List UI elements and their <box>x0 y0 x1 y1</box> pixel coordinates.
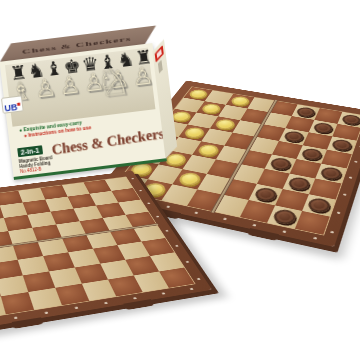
screw-dot <box>133 297 137 300</box>
screw-dot <box>223 218 227 221</box>
box-side-barcode-mark <box>158 60 163 74</box>
screw-dot <box>104 302 108 305</box>
screw-dot <box>349 177 353 179</box>
chess-piece-glyph: ♛ <box>59 267 89 301</box>
chess-piece-glyph: ♟ <box>25 183 50 211</box>
two-in-one-badge: 2-in-1 <box>17 145 43 157</box>
chess-piece-glyph: ♟ <box>115 172 140 200</box>
chess-piece-glyph: ♚ <box>86 263 116 296</box>
box-badge-column: 2-in-1 Magnetic Board Handy Folding No.4… <box>14 137 54 175</box>
screw-dot <box>161 292 165 295</box>
knight-icon: ♘ <box>93 58 132 106</box>
chess-piece-glyph: ♜ <box>164 251 193 284</box>
screw-dot <box>14 316 18 319</box>
screw-dot <box>252 224 256 227</box>
ub-brand-logo: UB■ <box>1 95 24 113</box>
chess-piece-glyph: ♞ <box>138 255 167 288</box>
chess-piece-glyph: ♟ <box>48 180 73 208</box>
screw-dot <box>189 288 193 291</box>
product-box: Chess & Checkers ♜♞♝♚♛♝♞♜ ♗♙♙♙♙♙ ♘ UB■ ●… <box>0 43 166 177</box>
red-square-logo <box>155 45 164 63</box>
screw-dot <box>197 278 201 280</box>
screw-dot <box>156 216 160 218</box>
board-foot <box>12 317 44 329</box>
screw-dot <box>313 237 317 240</box>
screw-dot <box>343 193 347 196</box>
screw-dot <box>354 161 358 163</box>
chess-piece-glyph: ♟ <box>71 178 96 206</box>
screw-dot <box>147 202 151 204</box>
chess-piece-glyph: ♝ <box>31 271 61 305</box>
product-photo-canvas: { "game": "chess and checkers (2-in-1 ma… <box>0 0 360 360</box>
chess-piece-glyph: ♞ <box>3 275 34 309</box>
screw-dot <box>44 311 48 314</box>
chess-piece-glyph: ♟ <box>93 175 118 203</box>
screw-dot <box>337 211 341 214</box>
screw-dot <box>330 231 334 234</box>
board-foot <box>123 299 154 310</box>
screw-dot <box>74 307 78 310</box>
screw-dot <box>194 211 198 214</box>
screw-dot <box>282 230 286 233</box>
chess-piece-glyph: ♝ <box>112 259 142 292</box>
chess-piece-glyph: ♟ <box>0 189 4 218</box>
box-front-panel: ♜♞♝♚♛♝♞♜ ♗♙♙♙♙♙ ♘ UB■ ● Exquisite and ea… <box>0 43 167 180</box>
chess-piece-glyph: ♟ <box>2 186 28 214</box>
board-foot <box>247 228 279 241</box>
chess-piece-glyph: ♜ <box>0 279 6 313</box>
ub-logo-red-mark: ■ <box>17 101 21 107</box>
